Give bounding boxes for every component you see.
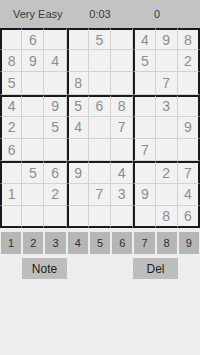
cell-r9c9[interactable]: 6 bbox=[178, 206, 200, 228]
cell-r4c7[interactable] bbox=[133, 95, 155, 117]
cell-r4c4[interactable]: 5 bbox=[67, 95, 89, 117]
cell-r4c3[interactable]: 9 bbox=[44, 95, 66, 117]
cell-r6c9[interactable] bbox=[178, 139, 200, 161]
cell-r7c1[interactable] bbox=[0, 161, 22, 183]
cell-r7c2[interactable]: 5 bbox=[22, 161, 44, 183]
cell-r3c9[interactable] bbox=[178, 72, 200, 94]
cell-r1c8[interactable]: 9 bbox=[156, 28, 178, 50]
cell-r4c5[interactable]: 6 bbox=[89, 95, 111, 117]
cell-r2c5[interactable] bbox=[89, 50, 111, 72]
cell-r9c3[interactable] bbox=[44, 206, 66, 228]
cell-r1c2[interactable]: 6 bbox=[22, 28, 44, 50]
cell-r4c6[interactable]: 8 bbox=[111, 95, 133, 117]
cell-r6c7[interactable]: 7 bbox=[133, 139, 155, 161]
cell-r9c5[interactable] bbox=[89, 206, 111, 228]
cell-r8c3[interactable]: 2 bbox=[44, 184, 66, 206]
cell-r4c9[interactable] bbox=[178, 95, 200, 117]
keypad: 123456789 bbox=[0, 232, 200, 254]
cell-r1c7[interactable]: 4 bbox=[133, 28, 155, 50]
cell-r7c3[interactable]: 6 bbox=[44, 161, 66, 183]
cell-r5c1[interactable]: 2 bbox=[0, 117, 22, 139]
cell-r4c1[interactable]: 4 bbox=[0, 95, 22, 117]
action-bar: Note Del bbox=[0, 258, 200, 279]
keypad-button-8[interactable]: 8 bbox=[157, 232, 177, 254]
cell-r3c5[interactable] bbox=[89, 72, 111, 94]
cell-r8c2[interactable] bbox=[22, 184, 44, 206]
cell-r7c5[interactable] bbox=[89, 161, 111, 183]
cell-r5c3[interactable]: 5 bbox=[44, 117, 66, 139]
cell-r7c4[interactable]: 9 bbox=[67, 161, 89, 183]
keypad-button-9[interactable]: 9 bbox=[179, 232, 199, 254]
cell-r3c7[interactable] bbox=[133, 72, 155, 94]
difficulty-label: Very Easy bbox=[13, 0, 63, 28]
keypad-button-5[interactable]: 5 bbox=[90, 232, 110, 254]
cell-r8c9[interactable]: 4 bbox=[178, 184, 200, 206]
cell-r9c4[interactable] bbox=[67, 206, 89, 228]
cell-r8c5[interactable]: 7 bbox=[89, 184, 111, 206]
cell-r2c8[interactable] bbox=[156, 50, 178, 72]
cell-r1c6[interactable] bbox=[111, 28, 133, 50]
cell-r7c9[interactable]: 7 bbox=[178, 161, 200, 183]
cell-r3c2[interactable] bbox=[22, 72, 44, 94]
cell-r1c4[interactable] bbox=[67, 28, 89, 50]
top-bar: Very Easy 0:03 0 bbox=[0, 0, 200, 28]
cell-r9c7[interactable] bbox=[133, 206, 155, 228]
cell-r3c3[interactable] bbox=[44, 72, 66, 94]
delete-button[interactable]: Del bbox=[133, 258, 178, 279]
cell-r8c8[interactable] bbox=[156, 184, 178, 206]
cell-r1c3[interactable] bbox=[44, 28, 66, 50]
note-button[interactable]: Note bbox=[22, 258, 67, 279]
cell-r2c6[interactable] bbox=[111, 50, 133, 72]
cell-r7c8[interactable]: 2 bbox=[156, 161, 178, 183]
cell-r3c8[interactable]: 7 bbox=[156, 72, 178, 94]
cell-r7c6[interactable]: 4 bbox=[111, 161, 133, 183]
cell-r9c1[interactable] bbox=[0, 206, 22, 228]
cell-r7c7[interactable] bbox=[133, 161, 155, 183]
cell-r5c9[interactable]: 9 bbox=[178, 117, 200, 139]
keypad-button-6[interactable]: 6 bbox=[112, 232, 132, 254]
cell-r6c6[interactable] bbox=[111, 139, 133, 161]
keypad-button-7[interactable]: 7 bbox=[134, 232, 154, 254]
cell-r8c1[interactable]: 1 bbox=[0, 184, 22, 206]
cell-r3c1[interactable]: 5 bbox=[0, 72, 22, 94]
cell-r8c6[interactable]: 3 bbox=[111, 184, 133, 206]
keypad-button-4[interactable]: 4 bbox=[68, 232, 88, 254]
cell-r2c9[interactable]: 2 bbox=[178, 50, 200, 72]
cell-r1c1[interactable] bbox=[0, 28, 22, 50]
cell-r6c8[interactable] bbox=[156, 139, 178, 161]
cell-r6c2[interactable] bbox=[22, 139, 44, 161]
cell-r1c5[interactable]: 5 bbox=[89, 28, 111, 50]
cell-r2c3[interactable]: 4 bbox=[44, 50, 66, 72]
cell-r6c5[interactable] bbox=[89, 139, 111, 161]
cell-r6c4[interactable] bbox=[67, 139, 89, 161]
cell-r3c6[interactable] bbox=[111, 72, 133, 94]
keypad-button-3[interactable]: 3 bbox=[45, 232, 65, 254]
cell-r5c8[interactable] bbox=[156, 117, 178, 139]
cell-r8c4[interactable] bbox=[67, 184, 89, 206]
cell-r2c1[interactable]: 8 bbox=[0, 50, 22, 72]
cell-r2c2[interactable]: 9 bbox=[22, 50, 44, 72]
cell-r4c2[interactable] bbox=[22, 95, 44, 117]
cell-r2c4[interactable] bbox=[67, 50, 89, 72]
keypad-button-1[interactable]: 1 bbox=[1, 232, 21, 254]
timer: 0:03 bbox=[89, 0, 110, 28]
cell-r5c5[interactable] bbox=[89, 117, 111, 139]
mistake-counter: 0 bbox=[154, 0, 160, 28]
cell-r9c8[interactable]: 8 bbox=[156, 206, 178, 228]
cell-r6c1[interactable]: 6 bbox=[0, 139, 22, 161]
cell-r8c7[interactable]: 9 bbox=[133, 184, 155, 206]
keypad-button-2[interactable]: 2 bbox=[23, 232, 43, 254]
cell-r2c7[interactable]: 5 bbox=[133, 50, 155, 72]
cell-r3c4[interactable]: 8 bbox=[67, 72, 89, 94]
cell-r1c9[interactable]: 8 bbox=[178, 28, 200, 50]
cell-r4c8[interactable]: 3 bbox=[156, 95, 178, 117]
cell-r5c7[interactable] bbox=[133, 117, 155, 139]
cell-r5c4[interactable]: 4 bbox=[67, 117, 89, 139]
cell-r5c6[interactable]: 7 bbox=[111, 117, 133, 139]
cell-r6c3[interactable] bbox=[44, 139, 66, 161]
cell-r9c2[interactable] bbox=[22, 206, 44, 228]
sudoku-board: 6549889452587495683254796756942712739486 bbox=[0, 28, 200, 228]
cell-r5c2[interactable] bbox=[22, 117, 44, 139]
cell-r9c6[interactable] bbox=[111, 206, 133, 228]
